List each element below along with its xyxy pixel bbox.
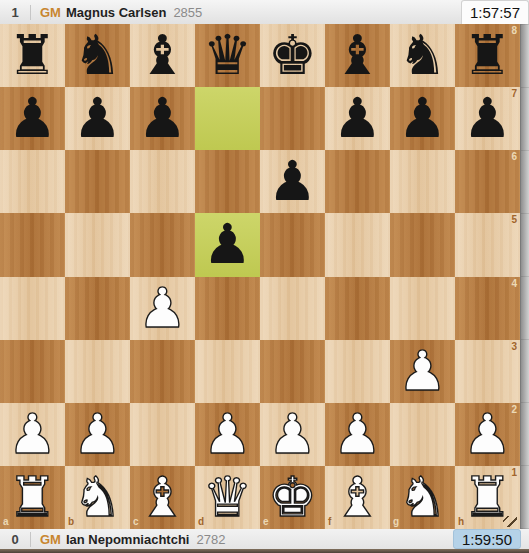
square-a3[interactable] (0, 340, 65, 403)
piece-white-pawn[interactable]: ♟ (260, 403, 325, 466)
piece-black-knight[interactable]: ♞ (390, 24, 455, 87)
square-c6[interactable] (130, 150, 195, 213)
square-e8[interactable]: ♚ (260, 24, 325, 87)
square-g5[interactable] (390, 213, 455, 276)
square-h8[interactable]: 8♜ (455, 24, 520, 87)
rank-label-5: 5 (511, 215, 517, 225)
top-player-title: GM (40, 5, 61, 20)
bottom-edge-strip (0, 549, 529, 553)
rank-label-6: 6 (511, 152, 517, 162)
bottom-player-score: 0 (0, 532, 30, 547)
piece-white-pawn[interactable]: ♟ (455, 403, 520, 466)
square-a8[interactable]: ♜ (0, 24, 65, 87)
square-b1[interactable]: b♞ (65, 466, 130, 529)
square-b5[interactable] (65, 213, 130, 276)
piece-white-pawn[interactable]: ♟ (195, 403, 260, 466)
square-e7[interactable] (260, 87, 325, 150)
board: ♜♞♝♛♚♝♞8♜♟♟♟♟♟7♟♟6♟5♟4♟3♟♟♟♟♟2♟a♜b♞c♝d♛e… (0, 24, 520, 529)
square-d3[interactable] (195, 340, 260, 403)
square-f8[interactable]: ♝ (325, 24, 390, 87)
square-a1[interactable]: a♜ (0, 466, 65, 529)
square-e6[interactable]: ♟ (260, 150, 325, 213)
piece-black-rook[interactable]: ♜ (0, 24, 65, 87)
piece-white-pawn[interactable]: ♟ (65, 403, 130, 466)
piece-white-pawn[interactable]: ♟ (0, 403, 65, 466)
piece-black-bishop[interactable]: ♝ (325, 24, 390, 87)
square-c1[interactable]: c♝ (130, 466, 195, 529)
vertical-scrollbar[interactable] (520, 24, 529, 553)
player-bar-bottom: 0 GM Ian Nepomniachtchi 2782 1:59:50 (0, 529, 529, 549)
piece-white-pawn[interactable]: ♟ (130, 277, 195, 340)
bottom-player-name: Ian Nepomniachtchi (66, 532, 190, 547)
square-g8[interactable]: ♞ (390, 24, 455, 87)
square-d7[interactable] (195, 87, 260, 150)
bottom-player-clock-active: 1:59:50 (453, 529, 521, 549)
bottom-player-rating: 2782 (196, 532, 225, 547)
piece-white-knight[interactable]: ♞ (390, 466, 455, 529)
square-h3[interactable]: 3 (455, 340, 520, 403)
square-e4[interactable] (260, 277, 325, 340)
square-g4[interactable] (390, 277, 455, 340)
square-f1[interactable]: f♝ (325, 466, 390, 529)
square-f2[interactable]: ♟ (325, 403, 390, 466)
square-d1[interactable]: d♛ (195, 466, 260, 529)
square-b2[interactable]: ♟ (65, 403, 130, 466)
piece-black-pawn[interactable]: ♟ (0, 87, 65, 150)
square-g1[interactable]: g♞ (390, 466, 455, 529)
piece-black-pawn[interactable]: ♟ (390, 87, 455, 150)
top-player-rating: 2855 (173, 5, 202, 20)
piece-black-pawn[interactable]: ♟ (325, 87, 390, 150)
board-resize-handle[interactable] (503, 516, 517, 527)
square-f4[interactable] (325, 277, 390, 340)
piece-white-king[interactable]: ♚ (260, 466, 325, 529)
piece-black-bishop[interactable]: ♝ (130, 24, 195, 87)
piece-white-bishop[interactable]: ♝ (325, 466, 390, 529)
square-f3[interactable] (325, 340, 390, 403)
bottom-player-title: GM (40, 532, 61, 547)
piece-black-pawn[interactable]: ♟ (195, 213, 260, 276)
piece-white-pawn[interactable]: ♟ (390, 340, 455, 403)
rank-label-3: 3 (511, 342, 517, 352)
square-g2[interactable] (390, 403, 455, 466)
square-b3[interactable] (65, 340, 130, 403)
piece-black-rook[interactable]: ♜ (455, 24, 520, 87)
square-h7[interactable]: 7♟ (455, 87, 520, 150)
square-c2[interactable] (130, 403, 195, 466)
square-d4[interactable] (195, 277, 260, 340)
bar-divider (30, 5, 31, 20)
square-e2[interactable]: ♟ (260, 403, 325, 466)
square-d5[interactable]: ♟ (195, 213, 260, 276)
square-b6[interactable] (65, 150, 130, 213)
square-d6[interactable] (195, 150, 260, 213)
piece-black-pawn[interactable]: ♟ (455, 87, 520, 150)
top-player-name: Magnus Carlsen (66, 5, 166, 20)
square-f5[interactable] (325, 213, 390, 276)
square-f7[interactable]: ♟ (325, 87, 390, 150)
square-c4[interactable]: ♟ (130, 277, 195, 340)
top-player-score: 1 (0, 5, 30, 20)
square-h6[interactable]: 6 (455, 150, 520, 213)
square-e1[interactable]: e♚ (260, 466, 325, 529)
piece-white-knight[interactable]: ♞ (65, 466, 130, 529)
piece-black-knight[interactable]: ♞ (65, 24, 130, 87)
piece-white-queen[interactable]: ♛ (195, 466, 260, 529)
chess-app-window: 1 GM Magnus Carlsen 2855 1:57:57 ♜♞♝♛♚♝♞… (0, 0, 529, 553)
square-a4[interactable] (0, 277, 65, 340)
square-a2[interactable]: ♟ (0, 403, 65, 466)
square-e5[interactable] (260, 213, 325, 276)
piece-white-pawn[interactable]: ♟ (325, 403, 390, 466)
piece-white-rook[interactable]: ♜ (0, 466, 65, 529)
square-d2[interactable]: ♟ (195, 403, 260, 466)
square-g7[interactable]: ♟ (390, 87, 455, 150)
square-b4[interactable] (65, 277, 130, 340)
square-h4[interactable]: 4 (455, 277, 520, 340)
square-c5[interactable] (130, 213, 195, 276)
bar-divider (30, 532, 31, 547)
square-g3[interactable]: ♟ (390, 340, 455, 403)
top-player-clock: 1:57:57 (461, 0, 529, 24)
player-bar-top: 1 GM Magnus Carlsen 2855 1:57:57 (0, 0, 529, 24)
square-c3[interactable] (130, 340, 195, 403)
piece-black-pawn[interactable]: ♟ (260, 150, 325, 213)
square-c7[interactable]: ♟ (130, 87, 195, 150)
square-h2[interactable]: 2♟ (455, 403, 520, 466)
square-g6[interactable] (390, 150, 455, 213)
piece-white-bishop[interactable]: ♝ (130, 466, 195, 529)
square-f6[interactable] (325, 150, 390, 213)
square-a7[interactable]: ♟ (0, 87, 65, 150)
square-a5[interactable] (0, 213, 65, 276)
rank-label-4: 4 (511, 279, 517, 289)
square-a6[interactable] (0, 150, 65, 213)
square-e3[interactable] (260, 340, 325, 403)
square-h5[interactable]: 5 (455, 213, 520, 276)
piece-black-pawn[interactable]: ♟ (130, 87, 195, 150)
piece-black-king[interactable]: ♚ (260, 24, 325, 87)
square-d8[interactable]: ♛ (195, 24, 260, 87)
square-b7[interactable]: ♟ (65, 87, 130, 150)
square-b8[interactable]: ♞ (65, 24, 130, 87)
square-c8[interactable]: ♝ (130, 24, 195, 87)
piece-black-queen[interactable]: ♛ (195, 24, 260, 87)
piece-black-pawn[interactable]: ♟ (65, 87, 130, 150)
